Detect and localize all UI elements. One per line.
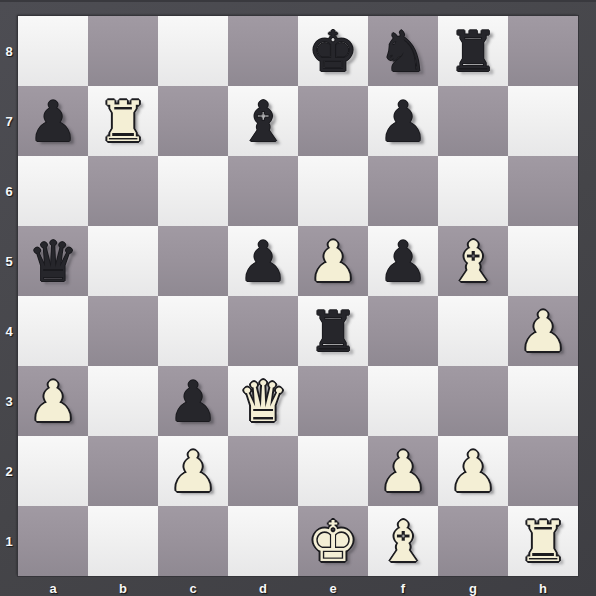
piece-white-pawn[interactable]: ♟: [298, 226, 368, 296]
square-c2[interactable]: ♟: [158, 436, 228, 506]
square-e5[interactable]: ♟: [298, 226, 368, 296]
file-label-a: a: [18, 579, 88, 596]
piece-black-queen[interactable]: ♛: [18, 226, 88, 296]
rank-label-5: 5: [0, 226, 18, 296]
file-label-b: b: [88, 579, 158, 596]
square-f1[interactable]: ♝: [368, 506, 438, 576]
square-a4[interactable]: [18, 296, 88, 366]
square-g7[interactable]: [438, 86, 508, 156]
square-f8[interactable]: ♞: [368, 16, 438, 86]
piece-white-bishop[interactable]: ♝: [438, 226, 508, 296]
square-d4[interactable]: [228, 296, 298, 366]
square-a1[interactable]: [18, 506, 88, 576]
square-c3[interactable]: ♟: [158, 366, 228, 436]
piece-white-bishop[interactable]: ♝: [368, 506, 438, 576]
piece-black-rook[interactable]: ♜: [438, 16, 508, 86]
square-d1[interactable]: [228, 506, 298, 576]
square-h8[interactable]: [508, 16, 578, 86]
file-label-d: d: [228, 579, 298, 596]
square-a7[interactable]: ♟: [18, 86, 88, 156]
square-h3[interactable]: [508, 366, 578, 436]
square-f2[interactable]: ♟: [368, 436, 438, 506]
piece-black-pawn[interactable]: ♟: [228, 226, 298, 296]
square-f4[interactable]: [368, 296, 438, 366]
square-d6[interactable]: [228, 156, 298, 226]
file-label-g: g: [438, 579, 508, 596]
square-d2[interactable]: [228, 436, 298, 506]
square-c4[interactable]: [158, 296, 228, 366]
square-c1[interactable]: [158, 506, 228, 576]
square-b4[interactable]: [88, 296, 158, 366]
piece-white-king[interactable]: ♚: [298, 506, 368, 576]
piece-black-king[interactable]: ♚: [298, 16, 368, 86]
piece-white-queen[interactable]: ♛: [228, 366, 298, 436]
square-b8[interactable]: [88, 16, 158, 86]
square-b6[interactable]: [88, 156, 158, 226]
square-a8[interactable]: [18, 16, 88, 86]
file-label-e: e: [298, 579, 368, 596]
square-b3[interactable]: [88, 366, 158, 436]
square-h4[interactable]: ♟: [508, 296, 578, 366]
square-h5[interactable]: [508, 226, 578, 296]
square-a3[interactable]: ♟: [18, 366, 88, 436]
square-c6[interactable]: [158, 156, 228, 226]
piece-white-rook[interactable]: ♜: [508, 506, 578, 576]
file-label-h: h: [508, 579, 578, 596]
chess-board: ♚♞♜♟♜♝♟♛♟♟♟♝♜♟♟♟♛♟♟♟♚♝♜: [18, 16, 578, 576]
square-h2[interactable]: [508, 436, 578, 506]
rank-label-4: 4: [0, 296, 18, 366]
rank-label-8: 8: [0, 16, 18, 86]
square-a5[interactable]: ♛: [18, 226, 88, 296]
square-b7[interactable]: ♜: [88, 86, 158, 156]
rank-label-7: 7: [0, 86, 18, 156]
rank-label-1: 1: [0, 506, 18, 576]
square-e1[interactable]: ♚: [298, 506, 368, 576]
square-c7[interactable]: [158, 86, 228, 156]
square-h6[interactable]: [508, 156, 578, 226]
square-d5[interactable]: ♟: [228, 226, 298, 296]
piece-black-bishop[interactable]: ♝: [228, 86, 298, 156]
square-g1[interactable]: [438, 506, 508, 576]
square-b2[interactable]: [88, 436, 158, 506]
square-f7[interactable]: ♟: [368, 86, 438, 156]
square-f5[interactable]: ♟: [368, 226, 438, 296]
piece-white-pawn[interactable]: ♟: [508, 296, 578, 366]
square-b1[interactable]: [88, 506, 158, 576]
piece-black-knight[interactable]: ♞: [368, 16, 438, 86]
square-a6[interactable]: [18, 156, 88, 226]
piece-black-rook[interactable]: ♜: [298, 296, 368, 366]
square-e2[interactable]: [298, 436, 368, 506]
square-g2[interactable]: ♟: [438, 436, 508, 506]
file-label-c: c: [158, 579, 228, 596]
square-h1[interactable]: ♜: [508, 506, 578, 576]
piece-white-pawn[interactable]: ♟: [158, 436, 228, 506]
square-d7[interactable]: ♝: [228, 86, 298, 156]
piece-white-pawn[interactable]: ♟: [368, 436, 438, 506]
square-e6[interactable]: [298, 156, 368, 226]
square-h7[interactable]: [508, 86, 578, 156]
piece-black-pawn[interactable]: ♟: [368, 86, 438, 156]
piece-black-pawn[interactable]: ♟: [158, 366, 228, 436]
square-f6[interactable]: [368, 156, 438, 226]
square-g6[interactable]: [438, 156, 508, 226]
piece-white-rook[interactable]: ♜: [88, 86, 158, 156]
rank-label-2: 2: [0, 436, 18, 506]
square-c8[interactable]: [158, 16, 228, 86]
square-g8[interactable]: ♜: [438, 16, 508, 86]
piece-white-pawn[interactable]: ♟: [18, 366, 88, 436]
square-g5[interactable]: ♝: [438, 226, 508, 296]
square-d3[interactable]: ♛: [228, 366, 298, 436]
square-b5[interactable]: [88, 226, 158, 296]
square-e4[interactable]: ♜: [298, 296, 368, 366]
rank-label-6: 6: [0, 156, 18, 226]
square-g3[interactable]: [438, 366, 508, 436]
chess-board-frame: ♚♞♜♟♜♝♟♛♟♟♟♝♜♟♟♟♛♟♟♟♚♝♜ 87654321 abcdefg…: [0, 0, 596, 596]
square-g4[interactable]: [438, 296, 508, 366]
square-f3[interactable]: [368, 366, 438, 436]
piece-white-pawn[interactable]: ♟: [438, 436, 508, 506]
square-e8[interactable]: ♚: [298, 16, 368, 86]
square-c5[interactable]: [158, 226, 228, 296]
rank-label-3: 3: [0, 366, 18, 436]
piece-black-pawn[interactable]: ♟: [368, 226, 438, 296]
square-d8[interactable]: [228, 16, 298, 86]
square-e3[interactable]: [298, 366, 368, 436]
square-a2[interactable]: [18, 436, 88, 506]
piece-black-pawn[interactable]: ♟: [18, 86, 88, 156]
square-e7[interactable]: [298, 86, 368, 156]
file-label-f: f: [368, 579, 438, 596]
